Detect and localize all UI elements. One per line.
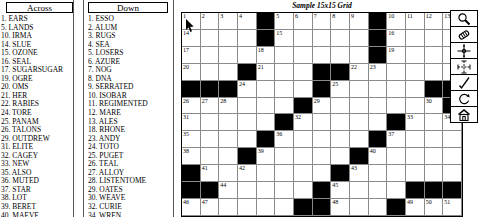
grid-cell[interactable] xyxy=(406,64,425,81)
cell-number: 41 xyxy=(202,165,208,172)
grid-cell[interactable] xyxy=(219,30,238,47)
grid-cell[interactable] xyxy=(406,30,425,47)
grid-cell[interactable] xyxy=(294,47,313,64)
grid-cell[interactable] xyxy=(294,30,313,47)
grid-cell-black[interactable] xyxy=(387,199,406,216)
grid-cell-black[interactable] xyxy=(369,30,388,47)
cell-number: 42 xyxy=(239,165,245,172)
cell-number: 3 xyxy=(220,13,223,20)
grid-cell[interactable]: 24 xyxy=(238,81,257,98)
across-panel-scroll-track[interactable] xyxy=(83,0,84,217)
grid-cell[interactable] xyxy=(275,98,294,115)
grid-cell[interactable] xyxy=(443,165,462,182)
grid-cell[interactable]: 11 xyxy=(406,13,425,30)
grid-cell[interactable] xyxy=(425,114,444,131)
grid-cell-black[interactable] xyxy=(313,182,332,199)
grid-cell[interactable] xyxy=(331,98,350,115)
grid-cell[interactable]: 26 xyxy=(182,98,201,115)
grid-cell[interactable] xyxy=(275,148,294,165)
grid-cell[interactable] xyxy=(219,199,238,216)
grid-cell-black[interactable] xyxy=(201,81,220,98)
eraser-tool-button[interactable] xyxy=(450,26,478,43)
grid-cell[interactable]: 6 xyxy=(294,13,313,30)
cell-number: 10 xyxy=(388,13,394,20)
grid-cell-black[interactable] xyxy=(182,81,201,98)
cell-number: 47 xyxy=(202,199,208,206)
cell-number: 15 xyxy=(276,30,282,37)
grid-cell[interactable] xyxy=(257,114,276,131)
cell-number: 7 xyxy=(314,13,317,20)
grid-cell[interactable] xyxy=(275,81,294,98)
grid-cell[interactable] xyxy=(406,47,425,64)
grid-cell-black[interactable] xyxy=(350,148,369,165)
grid-cell[interactable] xyxy=(350,131,369,148)
grid-cell[interactable]: 30 xyxy=(425,98,444,115)
grid-cell[interactable] xyxy=(275,182,294,199)
grid-cell[interactable] xyxy=(294,64,313,81)
grid-cell[interactable]: 8 xyxy=(331,13,350,30)
grid-cell[interactable] xyxy=(219,114,238,131)
grid-cell[interactable] xyxy=(219,47,238,64)
grid-cell[interactable] xyxy=(201,131,220,148)
grid-cell[interactable] xyxy=(406,98,425,115)
cell-number: 20 xyxy=(183,64,189,71)
grid-cell[interactable] xyxy=(443,148,462,165)
grid-cell-black[interactable] xyxy=(406,182,425,199)
grid-cell-black[interactable] xyxy=(182,165,201,182)
grid-title: Sample 15x15 Grid xyxy=(181,1,463,10)
grid-cell[interactable] xyxy=(406,131,425,148)
grid-cell[interactable]: 16 xyxy=(387,30,406,47)
cell-number: 46 xyxy=(183,199,189,206)
cell-number: 12 xyxy=(426,13,432,20)
grid-cell[interactable]: 9 xyxy=(350,13,369,30)
magnifier-icon xyxy=(457,12,471,26)
cell-number: 49 xyxy=(407,199,413,206)
down-clue-list[interactable]: 1. ESSO2. ALUM3. RUGS4. SEA5. LOSERS6. A… xyxy=(88,15,172,217)
grid-cell[interactable] xyxy=(369,199,388,216)
grid-cell[interactable] xyxy=(219,165,238,182)
grid-cell[interactable] xyxy=(387,148,406,165)
grid-cell[interactable]: 33 xyxy=(406,114,425,131)
grid-cell[interactable]: 19 xyxy=(387,47,406,64)
eraser-icon xyxy=(457,28,471,42)
cell-number: 27 xyxy=(202,98,208,105)
grid-cell-black[interactable] xyxy=(369,131,388,148)
cell-number: 8 xyxy=(332,13,335,20)
grid-cell[interactable] xyxy=(425,148,444,165)
grid-cell-black[interactable] xyxy=(182,182,201,199)
cell-number: 4 xyxy=(239,13,242,20)
grid-cell[interactable]: 39 xyxy=(257,148,276,165)
grid-cell[interactable]: 21 xyxy=(257,64,276,81)
grid-cell-black[interactable] xyxy=(313,64,332,81)
grid-cell-black[interactable] xyxy=(331,165,350,182)
grid-cell[interactable]: 28 xyxy=(219,98,238,115)
grid-cell[interactable] xyxy=(294,165,313,182)
grid-cell-black[interactable] xyxy=(313,199,332,216)
grid-cell[interactable]: 50 xyxy=(425,199,444,216)
cell-number: 9 xyxy=(351,13,354,20)
down-header: Down xyxy=(88,2,168,13)
dimension-icon xyxy=(457,60,471,74)
grid-cell[interactable]: 12 xyxy=(425,13,444,30)
grid-cell[interactable]: 41 xyxy=(201,165,220,182)
grid-cell[interactable] xyxy=(238,98,257,115)
grid-cell-black[interactable] xyxy=(238,148,257,165)
grid-cell[interactable] xyxy=(331,114,350,131)
grid-cell[interactable] xyxy=(238,199,257,216)
grid-cell[interactable]: 48 xyxy=(331,199,350,216)
grid-cell[interactable]: 25 xyxy=(331,81,350,98)
grid-cell[interactable]: 15 xyxy=(275,30,294,47)
grid-cell[interactable]: 17 xyxy=(182,47,201,64)
grid-cell[interactable]: 47 xyxy=(201,199,220,216)
grid-cell-black[interactable] xyxy=(257,13,276,30)
grid-cell[interactable] xyxy=(313,47,332,64)
grid-cell[interactable] xyxy=(313,30,332,47)
grid-cell[interactable] xyxy=(387,98,406,115)
magnifier-tool-button[interactable] xyxy=(450,10,478,27)
check-icon xyxy=(457,76,471,90)
crossword-app: Across Down 1. EARS5. LANDS10. IRMA14. S… xyxy=(0,0,480,217)
grid-cell[interactable] xyxy=(350,182,369,199)
grid-cell[interactable] xyxy=(275,47,294,64)
cell-number: 5 xyxy=(276,13,279,20)
cell-number: 45 xyxy=(332,182,338,189)
grid-cell[interactable] xyxy=(369,81,388,98)
cell-number: 17 xyxy=(183,47,189,54)
grid-cell-black[interactable] xyxy=(331,64,350,81)
across-clue-list[interactable]: 1. EARS5. LANDS10. IRMA14. SLUE15. OZONE… xyxy=(1,15,72,217)
cell-number: 21 xyxy=(258,64,264,71)
cell-number: 26 xyxy=(183,98,189,105)
grid-cell-black[interactable] xyxy=(443,182,462,199)
grid-cell[interactable] xyxy=(350,30,369,47)
grid-cell[interactable] xyxy=(238,114,257,131)
grid-cell[interactable]: 46 xyxy=(182,199,201,216)
grid-cell[interactable] xyxy=(313,165,332,182)
grid-cell-black[interactable] xyxy=(425,182,444,199)
grid-cell[interactable] xyxy=(331,47,350,64)
grid-cell[interactable] xyxy=(387,182,406,199)
cell-number: 50 xyxy=(426,199,432,206)
cell-number: 36 xyxy=(276,131,282,138)
cell-number: 11 xyxy=(407,13,413,20)
grid-cell[interactable]: 32 xyxy=(294,114,313,131)
cell-number: 19 xyxy=(388,47,394,54)
cell-number: 24 xyxy=(239,81,245,88)
grid-cell[interactable] xyxy=(425,30,444,47)
cell-number: 31 xyxy=(183,114,189,121)
clue-item[interactable]: 40. MAEVE xyxy=(1,212,72,217)
grid-cell[interactable]: 18 xyxy=(257,47,276,64)
cell-number: 37 xyxy=(388,131,394,138)
grid-cell[interactable] xyxy=(201,64,220,81)
grid-cell[interactable] xyxy=(257,199,276,216)
grid-cell[interactable] xyxy=(257,81,276,98)
grid-cell[interactable]: 35 xyxy=(182,131,201,148)
grid-cell[interactable]: 36 xyxy=(275,131,294,148)
grid-cell[interactable] xyxy=(425,47,444,64)
grid-cell-black[interactable] xyxy=(257,131,276,148)
grid-cell[interactable] xyxy=(238,131,257,148)
grid-cell-black[interactable] xyxy=(369,13,388,30)
crosshair-icon xyxy=(457,44,471,58)
cell-number: 25 xyxy=(332,81,338,88)
grid-cell-black[interactable] xyxy=(387,114,406,131)
rotate-icon xyxy=(457,92,471,106)
cell-number: 23 xyxy=(370,64,376,71)
cell-number: 39 xyxy=(258,148,264,155)
grid-cell-black[interactable] xyxy=(257,30,276,47)
grid-cell[interactable] xyxy=(331,30,350,47)
grid-cell[interactable]: 43 xyxy=(350,165,369,182)
grid-cell[interactable] xyxy=(219,131,238,148)
grid-cell[interactable]: 45 xyxy=(331,182,350,199)
crossword-grid[interactable]: 1234567891011121314151617181920212223242… xyxy=(181,12,463,217)
grid-cell-black[interactable] xyxy=(313,81,332,98)
grid-cell-black[interactable] xyxy=(219,81,238,98)
mouse-cursor xyxy=(185,19,195,33)
grid-cell[interactable] xyxy=(257,165,276,182)
grid-cell[interactable] xyxy=(313,114,332,131)
clue-item[interactable]: 34. WREN xyxy=(88,212,172,217)
grid-cell[interactable] xyxy=(406,148,425,165)
grid-cell[interactable]: 3 xyxy=(219,13,238,30)
grid-cell-black[interactable] xyxy=(238,64,257,81)
cell-number: 48 xyxy=(332,199,338,206)
grid-cell[interactable] xyxy=(369,165,388,182)
grid-cell[interactable] xyxy=(275,165,294,182)
grid-cell[interactable] xyxy=(275,64,294,81)
grid-cell[interactable]: 49 xyxy=(406,199,425,216)
grid-cell[interactable] xyxy=(257,182,276,199)
grid-cell-black[interactable] xyxy=(369,47,388,64)
home-icon xyxy=(457,108,471,122)
grid-cell[interactable] xyxy=(201,148,220,165)
grid-cell[interactable] xyxy=(425,165,444,182)
cell-number: 28 xyxy=(220,98,226,105)
grid-cell[interactable]: 10 xyxy=(387,13,406,30)
grid-cell[interactable] xyxy=(219,64,238,81)
grid-cell[interactable] xyxy=(201,47,220,64)
grid-cell[interactable] xyxy=(425,131,444,148)
cell-number: 22 xyxy=(351,64,357,71)
cell-number: 29 xyxy=(314,98,320,105)
grid-cell[interactable]: 27 xyxy=(201,98,220,115)
grid-cell[interactable] xyxy=(406,165,425,182)
grid-cell[interactable] xyxy=(238,30,257,47)
grid-cell-black[interactable] xyxy=(425,81,444,98)
cell-number: 43 xyxy=(351,165,357,172)
grid-cell[interactable] xyxy=(219,148,238,165)
grid-cell[interactable] xyxy=(443,131,462,148)
grid-cell[interactable] xyxy=(331,131,350,148)
grid-cell[interactable] xyxy=(238,47,257,64)
grid-cell[interactable]: 38 xyxy=(182,148,201,165)
grid-cell[interactable] xyxy=(369,98,388,115)
grid-cell[interactable]: 40 xyxy=(369,148,388,165)
grid-cell[interactable] xyxy=(201,30,220,47)
grid-cell[interactable]: 51 xyxy=(443,199,462,216)
cell-number: 44 xyxy=(220,182,226,189)
home-tool-button[interactable] xyxy=(450,106,478,123)
rotate-tool-button[interactable] xyxy=(450,90,478,107)
grid-cell[interactable]: 44 xyxy=(219,182,238,199)
grid-cell[interactable]: 23 xyxy=(369,64,388,81)
grid-cell-black[interactable] xyxy=(294,199,313,216)
cell-number: 18 xyxy=(258,47,264,54)
cell-number: 6 xyxy=(295,13,298,20)
across-header: Across xyxy=(6,2,73,13)
cell-number: 30 xyxy=(426,98,432,105)
grid-cell[interactable] xyxy=(350,81,369,98)
toolbar xyxy=(450,10,478,123)
grid-cell[interactable] xyxy=(313,131,332,148)
grid-cell[interactable]: 31 xyxy=(182,114,201,131)
grid-cell[interactable]: 42 xyxy=(238,165,257,182)
grid-cell[interactable] xyxy=(350,199,369,216)
grid-cell[interactable] xyxy=(350,47,369,64)
grid-cell[interactable] xyxy=(294,182,313,199)
grid-cell[interactable]: 37 xyxy=(387,131,406,148)
grid-cell[interactable] xyxy=(257,98,276,115)
grid-cell[interactable] xyxy=(425,64,444,81)
grid-cell[interactable] xyxy=(238,182,257,199)
grid-cell[interactable] xyxy=(369,114,388,131)
check-tool-button[interactable] xyxy=(450,74,478,91)
grid-cell[interactable] xyxy=(294,148,313,165)
cell-number: 2 xyxy=(202,13,205,20)
cell-number: 40 xyxy=(370,148,376,155)
grid-cell[interactable]: 29 xyxy=(313,98,332,115)
cell-number: 32 xyxy=(295,114,301,121)
grid-cell-black[interactable] xyxy=(275,114,294,131)
cell-number: 51 xyxy=(444,199,450,206)
grid-cell[interactable] xyxy=(350,114,369,131)
grid-cell[interactable] xyxy=(369,182,388,199)
dimension-tool-button[interactable] xyxy=(450,58,478,75)
grid-cell[interactable] xyxy=(387,64,406,81)
crosshair-tool-button[interactable] xyxy=(450,42,478,59)
grid-cell[interactable] xyxy=(350,98,369,115)
cell-number: 38 xyxy=(183,148,189,155)
grid-cell-black[interactable] xyxy=(294,98,313,115)
grid-cell-black[interactable] xyxy=(201,182,220,199)
grid-cell[interactable] xyxy=(387,165,406,182)
grid-cell[interactable]: 7 xyxy=(313,13,332,30)
grid-cell[interactable]: 5 xyxy=(275,13,294,30)
grid-cell[interactable] xyxy=(406,81,425,98)
grid-cell[interactable] xyxy=(294,131,313,148)
grid-cell[interactable] xyxy=(294,81,313,98)
grid-cell[interactable]: 20 xyxy=(182,64,201,81)
grid-cell[interactable] xyxy=(201,114,220,131)
grid-cell[interactable]: 2 xyxy=(201,13,220,30)
across-panel-divider xyxy=(73,0,74,217)
grid-cell[interactable] xyxy=(313,148,332,165)
cell-number: 35 xyxy=(183,131,189,138)
down-panel-divider xyxy=(173,0,174,217)
grid-cell[interactable] xyxy=(387,81,406,98)
grid-cell[interactable]: 22 xyxy=(350,64,369,81)
cell-number: 33 xyxy=(407,114,413,121)
grid-cell[interactable] xyxy=(331,148,350,165)
grid-cell[interactable] xyxy=(275,199,294,216)
grid-cell[interactable]: 4 xyxy=(238,13,257,30)
cell-number: 16 xyxy=(388,30,394,37)
